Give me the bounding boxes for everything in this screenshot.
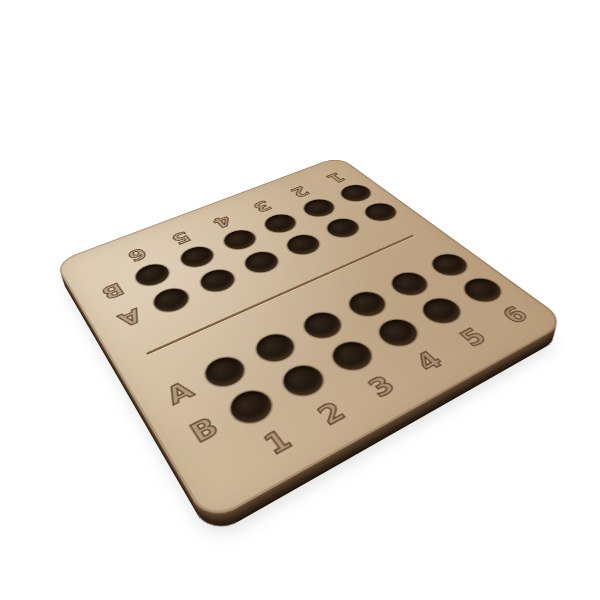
peg-hole[interactable] xyxy=(299,196,340,220)
peg-hole[interactable] xyxy=(195,266,240,296)
column-number-label-near: 5 xyxy=(444,318,503,358)
peg-hole[interactable] xyxy=(282,231,325,258)
peg-hole[interactable] xyxy=(276,360,330,401)
peg-hole[interactable] xyxy=(360,200,402,224)
peg-hole[interactable] xyxy=(131,260,174,289)
peg-hole[interactable] xyxy=(322,215,365,240)
peg-hole[interactable] xyxy=(385,269,434,300)
row-letter-label-near: B xyxy=(174,406,236,456)
column-number-label-near: 1 xyxy=(246,417,310,469)
column-number-label-near: 3 xyxy=(351,365,413,410)
peg-hole[interactable] xyxy=(343,288,392,321)
peg-hole[interactable] xyxy=(176,243,218,271)
column-number-label-near: 4 xyxy=(399,341,459,383)
peg-hole[interactable] xyxy=(416,294,467,328)
board-perspective-wrapper: 615243342516BAAB xyxy=(0,0,600,600)
peg-hole[interactable] xyxy=(372,315,424,351)
row-letter-label-far: A xyxy=(104,300,155,336)
peg-hole[interactable] xyxy=(240,248,284,276)
column-number-label-near: 6 xyxy=(487,297,545,334)
peg-hole[interactable] xyxy=(250,330,301,367)
peg-hole[interactable] xyxy=(149,284,194,316)
peg-hole[interactable] xyxy=(224,385,279,429)
peg-hole[interactable] xyxy=(260,211,301,236)
peg-hole[interactable] xyxy=(336,182,376,204)
peg-hole[interactable] xyxy=(298,308,348,343)
peg-hole[interactable] xyxy=(326,337,379,375)
column-number-label-near: 2 xyxy=(300,390,363,438)
row-letter-label-near: A xyxy=(151,371,209,416)
peg-hole[interactable] xyxy=(458,274,509,306)
row-letter-label-far: B xyxy=(88,275,137,308)
peg-hole[interactable] xyxy=(219,227,261,253)
product-photo-scene: 615243342516BAAB xyxy=(0,0,600,600)
peg-hole[interactable] xyxy=(199,352,251,392)
peg-hole[interactable] xyxy=(426,250,474,279)
